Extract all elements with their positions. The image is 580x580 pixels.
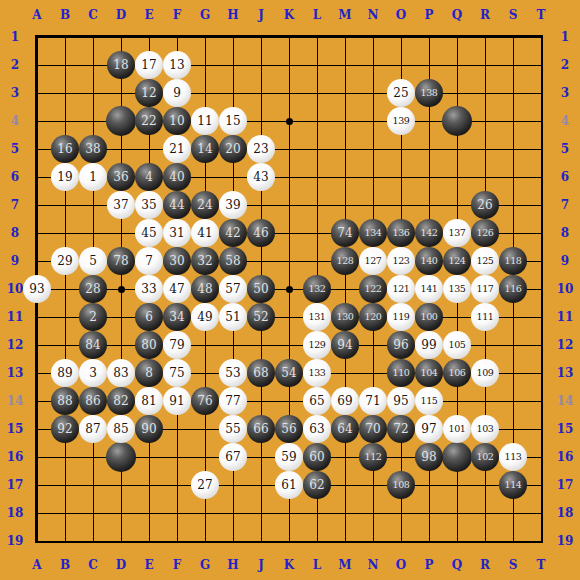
stone-b36-D6: 36 <box>107 163 135 191</box>
move-number: 104 <box>421 368 438 378</box>
move-number: 105 <box>449 340 466 350</box>
stone-w67-H16: 67 <box>219 443 247 471</box>
move-number: 12 <box>141 87 156 99</box>
move-number: 83 <box>113 367 128 379</box>
move-number: 121 <box>393 284 410 294</box>
stone-b10-F4: 10 <box>163 107 191 135</box>
row-label-left-16: 16 <box>1 443 29 471</box>
handicap-stone-Q16 <box>442 442 472 472</box>
move-number: 102 <box>477 452 494 462</box>
row-label-left-13: 13 <box>1 359 29 387</box>
stone-w85-D15: 85 <box>107 415 135 443</box>
stone-b8-E13: 8 <box>135 359 163 387</box>
row-label-left-4: 4 <box>1 107 29 135</box>
move-number: 57 <box>225 283 240 295</box>
row-label-right-4: 4 <box>551 107 579 135</box>
move-number: 138 <box>421 88 438 98</box>
stone-w25-O3: 25 <box>387 79 415 107</box>
stone-w57-H10: 57 <box>219 275 247 303</box>
stone-b64-M15: 64 <box>331 415 359 443</box>
move-number: 137 <box>449 228 466 238</box>
move-number: 84 <box>85 339 100 351</box>
col-label-top-K: K <box>275 1 303 29</box>
stone-w77-H14: 77 <box>219 387 247 415</box>
move-number: 108 <box>393 480 410 490</box>
move-number: 46 <box>253 227 268 239</box>
move-number: 41 <box>197 227 212 239</box>
move-number: 54 <box>281 367 296 379</box>
stone-b74-M8: 74 <box>331 219 359 247</box>
stone-w95-O14: 95 <box>387 387 415 415</box>
stone-w53-H13: 53 <box>219 359 247 387</box>
move-number: 7 <box>145 255 153 267</box>
move-number: 50 <box>253 283 268 295</box>
stone-b70-N15: 70 <box>359 415 387 443</box>
move-number: 91 <box>169 395 184 407</box>
move-number: 26 <box>477 199 492 211</box>
stone-b114-S17: 114 <box>499 471 527 499</box>
move-number: 14 <box>197 143 212 155</box>
col-label-top-S: S <box>499 1 527 29</box>
move-number: 79 <box>169 339 184 351</box>
row-label-right-8: 8 <box>551 219 579 247</box>
move-number: 19 <box>57 171 72 183</box>
row-label-right-9: 9 <box>551 247 579 275</box>
stone-w125-R9: 125 <box>471 247 499 275</box>
stone-w135-Q10: 135 <box>443 275 471 303</box>
col-label-top-E: E <box>135 1 163 29</box>
stone-b46-J8: 46 <box>247 219 275 247</box>
move-number: 61 <box>281 479 296 491</box>
move-number: 139 <box>393 116 410 126</box>
stone-b132-L10: 132 <box>303 275 331 303</box>
col-label-bottom-A: A <box>23 551 51 579</box>
move-number: 55 <box>225 423 240 435</box>
move-number: 82 <box>113 395 128 407</box>
stone-w59-K16: 59 <box>275 443 303 471</box>
stone-w7-E9: 7 <box>135 247 163 275</box>
col-label-top-C: C <box>79 1 107 29</box>
stone-w127-N9: 127 <box>359 247 387 275</box>
stone-w11-G4: 11 <box>191 107 219 135</box>
move-number: 126 <box>477 228 494 238</box>
stone-w129-L12: 129 <box>303 331 331 359</box>
move-number: 130 <box>337 312 354 322</box>
move-number: 142 <box>421 228 438 238</box>
stone-w3-C13: 3 <box>79 359 107 387</box>
move-number: 101 <box>449 424 466 434</box>
move-number: 109 <box>477 368 494 378</box>
row-label-right-13: 13 <box>551 359 579 387</box>
move-number: 18 <box>113 59 128 71</box>
stone-w133-L13: 133 <box>303 359 331 387</box>
stone-w9-F3: 9 <box>163 79 191 107</box>
move-number: 77 <box>225 395 240 407</box>
row-label-right-2: 2 <box>551 51 579 79</box>
stone-w45-E8: 45 <box>135 219 163 247</box>
stone-b20-H5: 20 <box>219 135 247 163</box>
move-number: 51 <box>225 311 240 323</box>
move-number: 22 <box>141 115 156 127</box>
stone-b54-K13: 54 <box>275 359 303 387</box>
stone-b56-K15: 56 <box>275 415 303 443</box>
stone-w39-H7: 39 <box>219 191 247 219</box>
stone-b112-N16: 112 <box>359 443 387 471</box>
move-number: 75 <box>169 367 184 379</box>
row-label-left-8: 8 <box>1 219 29 247</box>
col-label-top-Q: Q <box>443 1 471 29</box>
col-label-top-L: L <box>303 1 331 29</box>
row-label-right-19: 19 <box>551 527 579 555</box>
stone-b66-J15: 66 <box>247 415 275 443</box>
stone-w61-K17: 61 <box>275 471 303 499</box>
stone-b120-N11: 120 <box>359 303 387 331</box>
stone-w69-M14: 69 <box>331 387 359 415</box>
move-number: 40 <box>169 171 184 183</box>
col-label-bottom-R: R <box>471 551 499 579</box>
move-number: 113 <box>505 452 522 462</box>
stone-b138-P3: 138 <box>415 79 443 107</box>
move-number: 4 <box>145 171 153 183</box>
move-number: 115 <box>421 396 438 406</box>
stone-b118-S9: 118 <box>499 247 527 275</box>
stone-b104-P13: 104 <box>415 359 443 387</box>
stone-b136-O8: 136 <box>387 219 415 247</box>
move-number: 20 <box>225 143 240 155</box>
col-label-top-G: G <box>191 1 219 29</box>
move-number: 25 <box>393 87 408 99</box>
stone-b60-L16: 60 <box>303 443 331 471</box>
handicap-stone-Q4 <box>442 106 472 136</box>
stone-b14-G5: 14 <box>191 135 219 163</box>
stone-w65-L14: 65 <box>303 387 331 415</box>
move-number: 68 <box>253 367 268 379</box>
move-number: 86 <box>85 395 100 407</box>
stone-w55-H15: 55 <box>219 415 247 443</box>
stone-b38-C5: 38 <box>79 135 107 163</box>
stone-b90-E15: 90 <box>135 415 163 443</box>
row-label-left-2: 2 <box>1 51 29 79</box>
move-number: 36 <box>113 171 128 183</box>
row-label-right-5: 5 <box>551 135 579 163</box>
move-number: 39 <box>225 199 240 211</box>
move-number: 134 <box>365 228 382 238</box>
move-number: 120 <box>365 312 382 322</box>
col-label-bottom-H: H <box>219 551 247 579</box>
stone-w35-E7: 35 <box>135 191 163 219</box>
stone-w63-L15: 63 <box>303 415 331 443</box>
stone-b32-G9: 32 <box>191 247 219 275</box>
row-label-right-3: 3 <box>551 79 579 107</box>
move-number: 106 <box>449 368 466 378</box>
stone-b102-R16: 102 <box>471 443 499 471</box>
stones-grid: 1234567891011121314151617181920212223242… <box>23 23 555 555</box>
move-number: 100 <box>421 312 438 322</box>
stone-w33-E10: 33 <box>135 275 163 303</box>
stone-b128-M9: 128 <box>331 247 359 275</box>
move-number: 42 <box>225 227 240 239</box>
stone-b110-O13: 110 <box>387 359 415 387</box>
row-label-left-14: 14 <box>1 387 29 415</box>
move-number: 1 <box>89 171 97 183</box>
stone-b96-O12: 96 <box>387 331 415 359</box>
row-label-left-6: 6 <box>1 163 29 191</box>
col-label-top-B: B <box>51 1 79 29</box>
move-number: 112 <box>365 452 382 462</box>
stone-b6-E11: 6 <box>135 303 163 331</box>
move-number: 31 <box>169 227 184 239</box>
stone-b108-O17: 108 <box>387 471 415 499</box>
stone-b48-G10: 48 <box>191 275 219 303</box>
move-number: 63 <box>309 423 324 435</box>
stone-w105-Q12: 105 <box>443 331 471 359</box>
row-label-left-7: 7 <box>1 191 29 219</box>
row-label-left-15: 15 <box>1 415 29 443</box>
move-number: 47 <box>169 283 184 295</box>
move-number: 116 <box>505 284 522 294</box>
move-number: 110 <box>393 368 410 378</box>
stone-b44-F7: 44 <box>163 191 191 219</box>
col-label-bottom-M: M <box>331 551 359 579</box>
move-number: 81 <box>141 395 156 407</box>
stone-w71-N14: 71 <box>359 387 387 415</box>
move-number: 44 <box>169 199 184 211</box>
move-number: 74 <box>337 227 352 239</box>
stone-w101-Q15: 101 <box>443 415 471 443</box>
col-label-bottom-E: E <box>135 551 163 579</box>
stone-w75-F13: 75 <box>163 359 191 387</box>
move-number: 132 <box>309 284 326 294</box>
stone-b80-E12: 80 <box>135 331 163 359</box>
move-number: 60 <box>309 451 324 463</box>
move-number: 15 <box>225 115 240 127</box>
move-number: 62 <box>309 479 324 491</box>
row-label-right-11: 11 <box>551 303 579 331</box>
move-number: 87 <box>85 423 100 435</box>
row-label-right-18: 18 <box>551 499 579 527</box>
stone-w103-R15: 103 <box>471 415 499 443</box>
move-number: 27 <box>197 479 212 491</box>
handicap-stone-D4 <box>106 106 136 136</box>
row-label-left-19: 19 <box>1 527 29 555</box>
col-label-bottom-G: G <box>191 551 219 579</box>
stone-w31-F8: 31 <box>163 219 191 247</box>
move-number: 141 <box>421 284 438 294</box>
move-number: 52 <box>253 311 268 323</box>
move-number: 94 <box>337 339 352 351</box>
stone-w83-D13: 83 <box>107 359 135 387</box>
stone-w109-R13: 109 <box>471 359 499 387</box>
col-label-bottom-L: L <box>303 551 331 579</box>
move-number: 5 <box>89 255 97 267</box>
stone-b88-B14: 88 <box>51 387 79 415</box>
row-label-left-9: 9 <box>1 247 29 275</box>
move-number: 70 <box>365 423 380 435</box>
move-number: 131 <box>309 312 326 322</box>
row-label-left-5: 5 <box>1 135 29 163</box>
row-label-left-12: 12 <box>1 331 29 359</box>
stone-b22-E4: 22 <box>135 107 163 135</box>
move-number: 6 <box>145 311 153 323</box>
move-number: 35 <box>141 199 156 211</box>
move-number: 45 <box>141 227 156 239</box>
move-number: 98 <box>421 451 436 463</box>
move-number: 29 <box>57 255 72 267</box>
move-number: 117 <box>477 284 494 294</box>
row-label-right-16: 16 <box>551 443 579 471</box>
move-number: 53 <box>225 367 240 379</box>
col-label-top-F: F <box>163 1 191 29</box>
row-label-left-11: 11 <box>1 303 29 331</box>
move-number: 95 <box>393 395 408 407</box>
stone-w29-B9: 29 <box>51 247 79 275</box>
move-number: 136 <box>393 228 410 238</box>
stone-w15-H4: 15 <box>219 107 247 135</box>
move-number: 34 <box>169 311 184 323</box>
stone-w47-F10: 47 <box>163 275 191 303</box>
move-number: 48 <box>197 283 212 295</box>
stone-b28-C10: 28 <box>79 275 107 303</box>
col-label-top-R: R <box>471 1 499 29</box>
stone-b2-C11: 2 <box>79 303 107 331</box>
stone-w79-F12: 79 <box>163 331 191 359</box>
col-label-bottom-B: B <box>51 551 79 579</box>
stone-w123-O9: 123 <box>387 247 415 275</box>
move-number: 133 <box>309 368 326 378</box>
move-number: 97 <box>421 423 436 435</box>
move-number: 66 <box>253 423 268 435</box>
move-number: 69 <box>337 395 352 407</box>
move-number: 10 <box>169 115 184 127</box>
stone-b16-B5: 16 <box>51 135 79 163</box>
move-number: 8 <box>145 367 153 379</box>
col-label-top-J: J <box>247 1 275 29</box>
stone-b140-P9: 140 <box>415 247 443 275</box>
move-number: 67 <box>225 451 240 463</box>
col-label-bottom-D: D <box>107 551 135 579</box>
stone-b130-M11: 130 <box>331 303 359 331</box>
move-number: 43 <box>253 171 268 183</box>
go-board-diagram: 1234567891011121314151617181920212223242… <box>0 0 580 580</box>
stone-b68-J13: 68 <box>247 359 275 387</box>
move-number: 119 <box>393 312 410 322</box>
stone-w97-P15: 97 <box>415 415 443 443</box>
col-label-bottom-T: T <box>527 551 555 579</box>
move-number: 9 <box>173 87 181 99</box>
move-number: 21 <box>169 143 184 155</box>
move-number: 135 <box>449 284 466 294</box>
stone-b122-N10: 122 <box>359 275 387 303</box>
stone-b94-M12: 94 <box>331 331 359 359</box>
stone-b50-J10: 50 <box>247 275 275 303</box>
col-label-top-M: M <box>331 1 359 29</box>
move-number: 65 <box>309 395 324 407</box>
stone-b42-H8: 42 <box>219 219 247 247</box>
stone-b106-Q13: 106 <box>443 359 471 387</box>
stone-w141-P10: 141 <box>415 275 443 303</box>
stone-w21-F5: 21 <box>163 135 191 163</box>
stone-w19-B6: 19 <box>51 163 79 191</box>
move-number: 33 <box>141 283 156 295</box>
stone-b12-E3: 12 <box>135 79 163 107</box>
row-label-right-17: 17 <box>551 471 579 499</box>
move-number: 32 <box>197 255 212 267</box>
col-label-bottom-Q: Q <box>443 551 471 579</box>
stone-b84-C12: 84 <box>79 331 107 359</box>
stone-b40-F6: 40 <box>163 163 191 191</box>
move-number: 114 <box>505 480 522 490</box>
col-label-bottom-P: P <box>415 551 443 579</box>
stone-w99-P12: 99 <box>415 331 443 359</box>
stone-w81-E14: 81 <box>135 387 163 415</box>
move-number: 125 <box>477 256 494 266</box>
stone-w43-J6: 43 <box>247 163 275 191</box>
move-number: 28 <box>85 283 100 295</box>
stone-w115-P14: 115 <box>415 387 443 415</box>
stone-b4-E6: 4 <box>135 163 163 191</box>
move-number: 30 <box>169 255 184 267</box>
stone-b100-P11: 100 <box>415 303 443 331</box>
row-label-left-1: 1 <box>1 23 29 51</box>
stone-b58-H9: 58 <box>219 247 247 275</box>
col-label-top-D: D <box>107 1 135 29</box>
stone-w91-F14: 91 <box>163 387 191 415</box>
move-number: 59 <box>281 451 296 463</box>
move-number: 85 <box>113 423 128 435</box>
move-number: 89 <box>57 367 72 379</box>
move-number: 76 <box>197 395 212 407</box>
stone-w49-G11: 49 <box>191 303 219 331</box>
stone-b30-F9: 30 <box>163 247 191 275</box>
row-label-right-14: 14 <box>551 387 579 415</box>
move-number: 92 <box>57 423 72 435</box>
stone-w27-G17: 27 <box>191 471 219 499</box>
stone-b18-D2: 18 <box>107 51 135 79</box>
move-number: 38 <box>85 143 100 155</box>
move-number: 93 <box>29 283 44 295</box>
move-number: 24 <box>197 199 212 211</box>
move-number: 11 <box>197 115 212 127</box>
move-number: 80 <box>141 339 156 351</box>
col-label-bottom-C: C <box>79 551 107 579</box>
stone-w87-C15: 87 <box>79 415 107 443</box>
stone-w113-S16: 113 <box>499 443 527 471</box>
stone-w139-O4: 139 <box>387 107 415 135</box>
col-label-bottom-S: S <box>499 551 527 579</box>
move-number: 13 <box>169 59 184 71</box>
move-number: 23 <box>253 143 268 155</box>
move-number: 96 <box>393 339 408 351</box>
stone-b126-R8: 126 <box>471 219 499 247</box>
move-number: 127 <box>365 256 382 266</box>
stone-w23-J5: 23 <box>247 135 275 163</box>
col-label-bottom-K: K <box>275 551 303 579</box>
move-number: 16 <box>57 143 72 155</box>
row-label-right-12: 12 <box>551 331 579 359</box>
stone-w51-H11: 51 <box>219 303 247 331</box>
move-number: 122 <box>365 284 382 294</box>
move-number: 99 <box>421 339 436 351</box>
stone-b34-F11: 34 <box>163 303 191 331</box>
move-number: 2 <box>89 311 97 323</box>
row-label-right-10: 10 <box>551 275 579 303</box>
move-number: 49 <box>197 311 212 323</box>
stone-b76-G14: 76 <box>191 387 219 415</box>
move-number: 17 <box>141 59 156 71</box>
row-label-left-10: 10 <box>1 275 29 303</box>
move-number: 129 <box>309 340 326 350</box>
handicap-stone-D16 <box>106 442 136 472</box>
